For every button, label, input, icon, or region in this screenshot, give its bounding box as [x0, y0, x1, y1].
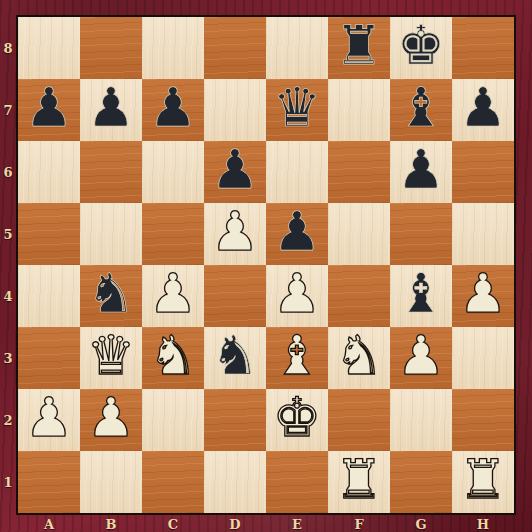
rank-label-1: 1 [0, 451, 16, 513]
square-e6[interactable] [266, 141, 328, 203]
square-e2[interactable]: ♚ [266, 389, 328, 451]
file-label-g: G [390, 516, 452, 532]
piece-white-knight[interactable]: ♞ [149, 329, 197, 383]
rank-label-2: 2 [0, 389, 16, 451]
piece-white-rook[interactable]: ♜ [335, 453, 383, 507]
square-a6[interactable] [18, 141, 80, 203]
piece-white-pawn[interactable]: ♟ [211, 205, 259, 259]
square-f2[interactable] [328, 389, 390, 451]
square-c5[interactable] [142, 203, 204, 265]
square-e3[interactable]: ♝ [266, 327, 328, 389]
square-c4[interactable]: ♟ [142, 265, 204, 327]
piece-black-king[interactable]: ♚ [397, 19, 445, 73]
square-a1[interactable] [18, 451, 80, 513]
piece-white-king[interactable]: ♚ [273, 391, 321, 445]
square-f1[interactable]: ♜ [328, 451, 390, 513]
square-b7[interactable]: ♟ [80, 79, 142, 141]
square-f5[interactable] [328, 203, 390, 265]
square-g4[interactable]: ♝ [390, 265, 452, 327]
square-a5[interactable] [18, 203, 80, 265]
square-e7[interactable]: ♛ [266, 79, 328, 141]
square-a2[interactable]: ♟ [18, 389, 80, 451]
square-d6[interactable]: ♟ [204, 141, 266, 203]
rank-labels: 87654321 [0, 17, 16, 513]
square-h1[interactable]: ♜ [452, 451, 514, 513]
square-e8[interactable] [266, 17, 328, 79]
square-c7[interactable]: ♟ [142, 79, 204, 141]
piece-white-rook[interactable]: ♜ [459, 453, 507, 507]
square-b3[interactable]: ♛ [80, 327, 142, 389]
rank-label-4: 4 [0, 265, 16, 327]
piece-black-knight[interactable]: ♞ [211, 329, 259, 383]
square-g5[interactable] [390, 203, 452, 265]
square-f3[interactable]: ♞ [328, 327, 390, 389]
square-h5[interactable] [452, 203, 514, 265]
file-label-e: E [266, 516, 328, 532]
square-b5[interactable] [80, 203, 142, 265]
file-labels: ABCDEFGH [18, 516, 514, 532]
square-d1[interactable] [204, 451, 266, 513]
square-e4[interactable]: ♟ [266, 265, 328, 327]
rank-label-6: 6 [0, 141, 16, 203]
file-label-c: C [142, 516, 204, 532]
square-g3[interactable]: ♟ [390, 327, 452, 389]
piece-white-pawn[interactable]: ♟ [273, 267, 321, 321]
square-d7[interactable] [204, 79, 266, 141]
piece-white-bishop[interactable]: ♝ [273, 329, 321, 383]
rank-label-3: 3 [0, 327, 16, 389]
square-f7[interactable] [328, 79, 390, 141]
square-h3[interactable] [452, 327, 514, 389]
piece-black-pawn[interactable]: ♟ [273, 205, 321, 259]
square-f4[interactable] [328, 265, 390, 327]
square-h6[interactable] [452, 141, 514, 203]
file-label-d: D [204, 516, 266, 532]
square-h7[interactable]: ♟ [452, 79, 514, 141]
file-label-b: B [80, 516, 142, 532]
rank-label-7: 7 [0, 79, 16, 141]
piece-white-knight[interactable]: ♞ [335, 329, 383, 383]
chessboard-frame: 87654321 ♜♚♟♟♟♛♝♟♟♟♟♟♞♟♟♝♟♛♞♞♝♞♟♟♟♚♜♜ AB… [0, 0, 532, 532]
rank-label-8: 8 [0, 17, 16, 79]
square-f6[interactable] [328, 141, 390, 203]
piece-white-pawn[interactable]: ♟ [397, 329, 445, 383]
piece-black-pawn[interactable]: ♟ [87, 81, 135, 135]
square-b8[interactable] [80, 17, 142, 79]
piece-white-pawn[interactable]: ♟ [459, 267, 507, 321]
square-f8[interactable]: ♜ [328, 17, 390, 79]
square-g2[interactable] [390, 389, 452, 451]
square-c3[interactable]: ♞ [142, 327, 204, 389]
board: ♜♚♟♟♟♛♝♟♟♟♟♟♞♟♟♝♟♛♞♞♝♞♟♟♟♚♜♜ [16, 15, 516, 515]
piece-white-queen[interactable]: ♛ [87, 329, 135, 383]
piece-white-pawn[interactable]: ♟ [25, 391, 73, 445]
square-b2[interactable]: ♟ [80, 389, 142, 451]
file-label-a: A [18, 516, 80, 532]
square-c1[interactable] [142, 451, 204, 513]
square-e1[interactable] [266, 451, 328, 513]
square-d3[interactable]: ♞ [204, 327, 266, 389]
square-b1[interactable] [80, 451, 142, 513]
piece-black-pawn[interactable]: ♟ [211, 143, 259, 197]
piece-black-queen[interactable]: ♛ [273, 81, 321, 135]
square-g1[interactable] [390, 451, 452, 513]
square-d4[interactable] [204, 265, 266, 327]
square-h4[interactable]: ♟ [452, 265, 514, 327]
piece-black-pawn[interactable]: ♟ [397, 143, 445, 197]
file-label-h: H [452, 516, 514, 532]
square-d5[interactable]: ♟ [204, 203, 266, 265]
square-c8[interactable] [142, 17, 204, 79]
square-d8[interactable] [204, 17, 266, 79]
square-h2[interactable] [452, 389, 514, 451]
square-a4[interactable] [18, 265, 80, 327]
piece-black-pawn[interactable]: ♟ [459, 81, 507, 135]
piece-black-pawn[interactable]: ♟ [149, 81, 197, 135]
square-c2[interactable] [142, 389, 204, 451]
rank-label-5: 5 [0, 203, 16, 265]
file-label-f: F [328, 516, 390, 532]
square-h8[interactable] [452, 17, 514, 79]
piece-black-bishop[interactable]: ♝ [397, 267, 445, 321]
piece-black-pawn[interactable]: ♟ [25, 81, 73, 135]
square-g7[interactable]: ♝ [390, 79, 452, 141]
square-g8[interactable]: ♚ [390, 17, 452, 79]
square-d2[interactable] [204, 389, 266, 451]
square-b6[interactable] [80, 141, 142, 203]
square-c6[interactable] [142, 141, 204, 203]
square-e5[interactable]: ♟ [266, 203, 328, 265]
square-a7[interactable]: ♟ [18, 79, 80, 141]
piece-black-rook[interactable]: ♜ [335, 19, 383, 73]
square-a3[interactable] [18, 327, 80, 389]
piece-black-knight[interactable]: ♞ [87, 267, 135, 321]
square-a8[interactable] [18, 17, 80, 79]
square-b4[interactable]: ♞ [80, 265, 142, 327]
square-g6[interactable]: ♟ [390, 141, 452, 203]
piece-black-bishop[interactable]: ♝ [397, 81, 445, 135]
piece-white-pawn[interactable]: ♟ [87, 391, 135, 445]
piece-white-pawn[interactable]: ♟ [149, 267, 197, 321]
